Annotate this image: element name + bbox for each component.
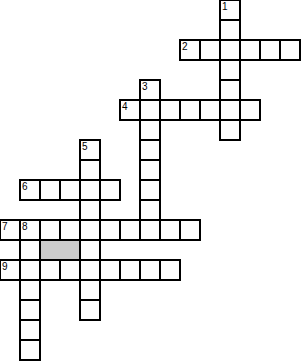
crossword-cell[interactable] bbox=[59, 219, 81, 241]
shaded-cells[interactable] bbox=[39, 239, 81, 261]
crossword-cell[interactable] bbox=[0, 259, 21, 281]
crossword-cell[interactable] bbox=[39, 259, 61, 281]
crossword-cell[interactable] bbox=[99, 179, 121, 201]
crossword-cell[interactable] bbox=[139, 159, 161, 181]
crossword-cell[interactable] bbox=[279, 39, 301, 61]
crossword-cell[interactable] bbox=[179, 39, 201, 61]
crossword-cell[interactable] bbox=[19, 279, 41, 301]
crossword-cell[interactable] bbox=[19, 239, 41, 261]
crossword-cell[interactable] bbox=[19, 339, 41, 361]
crossword-cell[interactable] bbox=[259, 39, 281, 61]
crossword-cell[interactable] bbox=[239, 39, 261, 61]
crossword-cell[interactable] bbox=[19, 219, 41, 241]
crossword-cell[interactable] bbox=[219, 59, 241, 81]
crossword-cell[interactable] bbox=[19, 259, 41, 281]
crossword-cell[interactable] bbox=[39, 179, 61, 201]
crossword-cell[interactable] bbox=[99, 219, 121, 241]
crossword-cell[interactable] bbox=[159, 219, 181, 241]
crossword-cell[interactable] bbox=[79, 299, 101, 321]
crossword-cell[interactable] bbox=[119, 219, 141, 241]
crossword-cell[interactable] bbox=[79, 259, 101, 281]
crossword-cell[interactable] bbox=[79, 139, 101, 161]
crossword-cell[interactable] bbox=[199, 99, 221, 121]
crossword-cell[interactable] bbox=[19, 319, 41, 341]
crossword-cell[interactable] bbox=[239, 99, 261, 121]
crossword-cell[interactable] bbox=[79, 179, 101, 201]
crossword-cell[interactable] bbox=[159, 259, 181, 281]
crossword-cell[interactable] bbox=[79, 159, 101, 181]
crossword-cell[interactable] bbox=[219, 119, 241, 141]
crossword-cell[interactable] bbox=[179, 219, 201, 241]
crossword-cell[interactable] bbox=[159, 99, 181, 121]
crossword-cell[interactable] bbox=[219, 99, 241, 121]
crossword-cell[interactable] bbox=[139, 119, 161, 141]
crossword-cell[interactable] bbox=[19, 299, 41, 321]
crossword-cell[interactable] bbox=[199, 39, 221, 61]
crossword-cell[interactable] bbox=[139, 219, 161, 241]
crossword-cell[interactable] bbox=[219, 0, 241, 21]
crossword-cell[interactable] bbox=[139, 99, 161, 121]
crossword-cell[interactable] bbox=[139, 139, 161, 161]
crossword-cell[interactable] bbox=[219, 39, 241, 61]
crossword-cell[interactable] bbox=[219, 79, 241, 101]
crossword-cell[interactable] bbox=[139, 199, 161, 221]
crossword-cell[interactable] bbox=[179, 99, 201, 121]
crossword-cell[interactable] bbox=[59, 259, 81, 281]
crossword-cell[interactable] bbox=[79, 239, 101, 261]
crossword-cell[interactable] bbox=[119, 99, 141, 121]
crossword-cell[interactable] bbox=[219, 19, 241, 41]
crossword-cell[interactable] bbox=[79, 279, 101, 301]
crossword-cell[interactable] bbox=[19, 179, 41, 201]
crossword-cell[interactable] bbox=[39, 219, 61, 241]
crossword-cell[interactable] bbox=[119, 259, 141, 281]
crossword-cell[interactable] bbox=[79, 219, 101, 241]
crossword-cell[interactable] bbox=[139, 259, 161, 281]
crossword-cell[interactable] bbox=[139, 179, 161, 201]
crossword-cell[interactable] bbox=[59, 179, 81, 201]
crossword-cell[interactable] bbox=[79, 199, 101, 221]
crossword-board: 123456789 bbox=[0, 0, 301, 361]
crossword-page: 123456789 bbox=[0, 0, 301, 361]
crossword-cell[interactable] bbox=[0, 219, 21, 241]
crossword-cell[interactable] bbox=[99, 259, 121, 281]
crossword-cell[interactable] bbox=[139, 79, 161, 101]
